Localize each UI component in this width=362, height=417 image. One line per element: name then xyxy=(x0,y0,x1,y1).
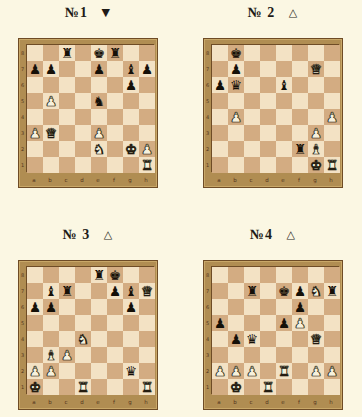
square-g7[interactable]: ♝ xyxy=(123,283,139,299)
square-g4[interactable] xyxy=(123,109,139,125)
square-d7[interactable] xyxy=(75,61,91,77)
white-pawn: ♟ xyxy=(27,125,43,141)
square-a3[interactable] xyxy=(27,347,43,363)
square-f3[interactable] xyxy=(292,347,308,363)
square-g4[interactable] xyxy=(123,331,139,347)
square-h4[interactable] xyxy=(139,109,155,125)
square-g1[interactable] xyxy=(308,379,324,395)
square-e4[interactable] xyxy=(276,331,292,347)
square-g4[interactable]: ♛ xyxy=(308,331,324,347)
square-b5[interactable] xyxy=(228,315,244,331)
black-pawn: ♟ xyxy=(228,61,244,77)
square-a8[interactable] xyxy=(27,267,43,283)
file-label-g: g xyxy=(122,175,138,185)
square-g5[interactable] xyxy=(308,315,324,331)
square-c5[interactable] xyxy=(244,315,260,331)
square-g2[interactable]: ♟ xyxy=(308,363,324,379)
black-pawn: ♟ xyxy=(276,315,292,331)
square-h3[interactable] xyxy=(139,125,155,141)
square-b7[interactable]: ♟ xyxy=(43,61,59,77)
square-b6[interactable]: ♛ xyxy=(228,77,244,93)
square-c8[interactable] xyxy=(244,267,260,283)
square-h3[interactable] xyxy=(139,347,155,363)
square-a2[interactable]: ♟ xyxy=(212,363,228,379)
square-c2[interactable] xyxy=(59,141,75,157)
square-b8[interactable] xyxy=(43,45,59,61)
square-f2[interactable] xyxy=(107,141,123,157)
square-h1[interactable] xyxy=(324,379,340,395)
square-c2[interactable]: ♟ xyxy=(244,363,260,379)
square-h3[interactable] xyxy=(324,347,340,363)
square-g6[interactable]: ♟ xyxy=(123,77,139,93)
square-c8[interactable] xyxy=(59,267,75,283)
square-f1[interactable] xyxy=(292,157,308,173)
square-g8[interactable] xyxy=(123,45,139,61)
square-d3[interactable] xyxy=(260,347,276,363)
square-a4[interactable] xyxy=(27,109,43,125)
black-bishop: ♝ xyxy=(123,283,139,299)
square-a8[interactable] xyxy=(212,45,228,61)
square-f1[interactable] xyxy=(292,379,308,395)
file-labels: abcdefgh xyxy=(211,397,339,407)
square-d6[interactable] xyxy=(260,77,276,93)
square-e1[interactable] xyxy=(91,157,107,173)
square-g6[interactable] xyxy=(308,299,324,315)
square-e7[interactable]: ♚ xyxy=(276,283,292,299)
square-f6[interactable] xyxy=(292,77,308,93)
square-e3[interactable]: ♟ xyxy=(91,125,107,141)
square-e6[interactable]: ♝ xyxy=(276,77,292,93)
square-c4[interactable] xyxy=(59,109,75,125)
square-f2[interactable] xyxy=(107,363,123,379)
square-c3[interactable]: ♟ xyxy=(59,347,75,363)
square-e4[interactable] xyxy=(91,109,107,125)
square-c7[interactable] xyxy=(59,61,75,77)
square-c8[interactable]: ♜ xyxy=(59,45,75,61)
square-a2[interactable] xyxy=(27,141,43,157)
square-f4[interactable] xyxy=(107,331,123,347)
square-h1[interactable]: ♜ xyxy=(324,157,340,173)
file-labels: abcdefgh xyxy=(26,175,154,185)
square-a7[interactable] xyxy=(27,283,43,299)
square-e1[interactable] xyxy=(276,157,292,173)
square-e7[interactable]: ♟ xyxy=(91,61,107,77)
square-a6[interactable]: ♟ xyxy=(212,77,228,93)
square-a7[interactable] xyxy=(212,61,228,77)
square-g2[interactable]: ♝ xyxy=(308,141,324,157)
square-d7[interactable] xyxy=(260,61,276,77)
square-d8[interactable] xyxy=(260,267,276,283)
rank-label-2: 2 xyxy=(19,363,26,379)
square-h7[interactable]: ♜ xyxy=(324,283,340,299)
square-c5[interactable] xyxy=(59,315,75,331)
square-b4[interactable]: ♟ xyxy=(228,109,244,125)
square-f7[interactable]: ♟ xyxy=(292,283,308,299)
square-d2[interactable] xyxy=(260,141,276,157)
square-c3[interactable] xyxy=(244,347,260,363)
square-f1[interactable] xyxy=(107,379,123,395)
square-b5[interactable] xyxy=(228,93,244,109)
square-a2[interactable] xyxy=(212,141,228,157)
square-e8[interactable]: ♚ xyxy=(91,45,107,61)
square-h5[interactable] xyxy=(324,93,340,109)
square-b7[interactable]: ♟ xyxy=(228,61,244,77)
square-c1[interactable] xyxy=(244,379,260,395)
white-pawn: ♟ xyxy=(212,363,228,379)
square-e5[interactable] xyxy=(276,93,292,109)
square-f3[interactable] xyxy=(292,125,308,141)
square-b5[interactable] xyxy=(43,315,59,331)
square-b6[interactable] xyxy=(228,299,244,315)
square-d4[interactable]: ♞ xyxy=(75,331,91,347)
square-f7[interactable] xyxy=(292,61,308,77)
square-c2[interactable] xyxy=(244,141,260,157)
square-d5[interactable] xyxy=(75,315,91,331)
square-e6[interactable] xyxy=(91,299,107,315)
square-a2[interactable]: ♟ xyxy=(27,363,43,379)
square-h8[interactable] xyxy=(139,267,155,283)
square-h2[interactable]: ♟ xyxy=(139,141,155,157)
square-g2[interactable]: ♛ xyxy=(123,363,139,379)
square-b1[interactable] xyxy=(228,157,244,173)
square-c3[interactable] xyxy=(59,125,75,141)
rank-label-3: 3 xyxy=(204,125,211,141)
square-c5[interactable] xyxy=(59,93,75,109)
square-a1[interactable] xyxy=(212,157,228,173)
square-d5[interactable] xyxy=(260,93,276,109)
diagram-4-label: №4 △ xyxy=(203,226,343,244)
square-b6[interactable]: ♟ xyxy=(43,299,59,315)
square-d7[interactable] xyxy=(75,283,91,299)
rank-label-5: 5 xyxy=(204,315,211,331)
square-e6[interactable] xyxy=(91,77,107,93)
square-f5[interactable] xyxy=(292,93,308,109)
square-h6[interactable] xyxy=(139,299,155,315)
square-d6[interactable] xyxy=(75,299,91,315)
square-e2[interactable] xyxy=(276,141,292,157)
square-f2[interactable]: ♜ xyxy=(292,141,308,157)
square-e7[interactable] xyxy=(276,61,292,77)
square-h4[interactable] xyxy=(139,331,155,347)
black-pawn: ♟ xyxy=(212,315,228,331)
square-f1[interactable] xyxy=(107,157,123,173)
square-f2[interactable] xyxy=(292,363,308,379)
square-c3[interactable] xyxy=(244,125,260,141)
square-g7[interactable]: ♛ xyxy=(308,61,324,77)
square-h1[interactable]: ♜ xyxy=(139,379,155,395)
square-f4[interactable] xyxy=(107,109,123,125)
square-g3[interactable] xyxy=(123,125,139,141)
square-a1[interactable] xyxy=(27,157,43,173)
square-b2[interactable] xyxy=(43,141,59,157)
square-f8[interactable]: ♚ xyxy=(107,267,123,283)
square-e8[interactable] xyxy=(276,267,292,283)
square-g5[interactable] xyxy=(123,315,139,331)
black-knight: ♞ xyxy=(91,93,107,109)
rank-labels: 87654321 xyxy=(204,267,211,395)
square-d8[interactable] xyxy=(260,45,276,61)
square-h7[interactable]: ♛ xyxy=(139,283,155,299)
white-bishop: ♝ xyxy=(43,347,59,363)
square-d4[interactable] xyxy=(260,109,276,125)
square-d3[interactable] xyxy=(75,125,91,141)
square-g6[interactable] xyxy=(308,77,324,93)
square-d4[interactable] xyxy=(75,109,91,125)
square-g5[interactable] xyxy=(308,93,324,109)
square-d1[interactable]: ♜ xyxy=(260,379,276,395)
square-b2[interactable] xyxy=(228,141,244,157)
black-to-move-icon: ▼ xyxy=(102,6,111,19)
square-h8[interactable] xyxy=(324,45,340,61)
rank-label-6: 6 xyxy=(204,77,211,93)
square-e3[interactable] xyxy=(276,125,292,141)
square-e8[interactable] xyxy=(276,45,292,61)
square-g8[interactable] xyxy=(123,267,139,283)
white-king: ♚ xyxy=(228,379,244,395)
square-f3[interactable] xyxy=(107,125,123,141)
white-rook: ♜ xyxy=(139,379,155,395)
square-e7[interactable] xyxy=(91,283,107,299)
square-h5[interactable] xyxy=(139,315,155,331)
square-d3[interactable] xyxy=(75,347,91,363)
black-queen: ♛ xyxy=(123,363,139,379)
square-f6[interactable] xyxy=(107,77,123,93)
square-g6[interactable]: ♟ xyxy=(123,299,139,315)
square-g1[interactable]: ♚ xyxy=(308,157,324,173)
square-a6[interactable]: ♟ xyxy=(27,299,43,315)
square-e2[interactable]: ♜ xyxy=(276,363,292,379)
square-c5[interactable] xyxy=(244,93,260,109)
square-b7[interactable]: ♝ xyxy=(43,283,59,299)
square-h5[interactable] xyxy=(324,315,340,331)
square-d1[interactable]: ♜ xyxy=(75,379,91,395)
square-a5[interactable] xyxy=(27,315,43,331)
square-f8[interactable] xyxy=(292,267,308,283)
square-f5[interactable] xyxy=(107,93,123,109)
square-f8[interactable] xyxy=(292,45,308,61)
square-f6[interactable]: ♟ xyxy=(292,299,308,315)
square-e1[interactable] xyxy=(91,379,107,395)
square-c1[interactable] xyxy=(59,379,75,395)
square-b4[interactable] xyxy=(43,109,59,125)
square-a3[interactable] xyxy=(212,125,228,141)
white-pawn: ♟ xyxy=(324,363,340,379)
square-a5[interactable]: ♟ xyxy=(212,315,228,331)
square-d1[interactable] xyxy=(75,157,91,173)
square-h2[interactable] xyxy=(139,363,155,379)
file-label-d: d xyxy=(259,397,275,407)
white-pawn: ♟ xyxy=(59,347,75,363)
square-e2[interactable]: ♞ xyxy=(91,141,107,157)
square-c4[interactable]: ♛ xyxy=(244,331,260,347)
square-f8[interactable]: ♜ xyxy=(107,45,123,61)
square-e5[interactable]: ♟ xyxy=(276,315,292,331)
square-b1[interactable] xyxy=(43,157,59,173)
square-d1[interactable] xyxy=(260,157,276,173)
file-label-a: a xyxy=(26,397,42,407)
square-g7[interactable]: ♞ xyxy=(308,283,324,299)
square-b3[interactable] xyxy=(228,347,244,363)
square-b1[interactable] xyxy=(43,379,59,395)
square-h6[interactable] xyxy=(139,77,155,93)
square-a3[interactable]: ♟ xyxy=(27,125,43,141)
square-a7[interactable]: ♟ xyxy=(27,61,43,77)
white-to-move-icon: △ xyxy=(287,228,296,241)
square-h3[interactable] xyxy=(324,125,340,141)
square-f5[interactable] xyxy=(107,315,123,331)
square-a8[interactable] xyxy=(27,45,43,61)
square-d4[interactable] xyxy=(260,331,276,347)
square-b3[interactable]: ♛ xyxy=(43,125,59,141)
square-e4[interactable] xyxy=(91,331,107,347)
square-c6[interactable] xyxy=(244,77,260,93)
square-g1[interactable] xyxy=(123,379,139,395)
white-pawn: ♟ xyxy=(91,125,107,141)
square-b8[interactable] xyxy=(43,267,59,283)
diagram-1-number: №1 xyxy=(65,5,88,20)
black-pawn: ♟ xyxy=(43,61,59,77)
square-a8[interactable] xyxy=(212,267,228,283)
square-a1[interactable]: ♚ xyxy=(27,379,43,395)
square-g3[interactable]: ♟ xyxy=(308,125,324,141)
square-c4[interactable] xyxy=(59,331,75,347)
square-e8[interactable]: ♜ xyxy=(91,267,107,283)
square-d3[interactable] xyxy=(260,125,276,141)
square-g3[interactable] xyxy=(123,347,139,363)
square-f6[interactable] xyxy=(107,299,123,315)
square-c6[interactable] xyxy=(59,77,75,93)
square-a1[interactable] xyxy=(212,379,228,395)
square-d6[interactable] xyxy=(75,77,91,93)
square-c7[interactable]: ♜ xyxy=(244,283,260,299)
black-pawn: ♟ xyxy=(139,61,155,77)
square-g8[interactable] xyxy=(308,45,324,61)
square-g2[interactable]: ♚ xyxy=(123,141,139,157)
square-c7[interactable]: ♜ xyxy=(59,283,75,299)
square-b6[interactable] xyxy=(43,77,59,93)
square-e3[interactable] xyxy=(276,347,292,363)
square-b3[interactable]: ♝ xyxy=(43,347,59,363)
white-pawn: ♟ xyxy=(244,363,260,379)
rank-label-6: 6 xyxy=(204,299,211,315)
square-h4[interactable]: ♟ xyxy=(324,109,340,125)
square-c2[interactable] xyxy=(59,363,75,379)
square-c1[interactable] xyxy=(244,157,260,173)
square-d2[interactable] xyxy=(75,141,91,157)
square-d2[interactable] xyxy=(260,363,276,379)
square-a3[interactable] xyxy=(212,347,228,363)
square-h4[interactable] xyxy=(324,331,340,347)
square-h8[interactable] xyxy=(139,45,155,61)
square-d8[interactable] xyxy=(75,45,91,61)
square-h5[interactable] xyxy=(139,93,155,109)
square-d6[interactable] xyxy=(260,299,276,315)
square-g3[interactable] xyxy=(308,347,324,363)
square-a6[interactable] xyxy=(27,77,43,93)
file-label-d: d xyxy=(259,175,275,185)
square-b1[interactable]: ♚ xyxy=(228,379,244,395)
square-b3[interactable] xyxy=(228,125,244,141)
black-pawn: ♟ xyxy=(123,77,139,93)
square-g4[interactable] xyxy=(308,109,324,125)
square-g8[interactable] xyxy=(308,267,324,283)
square-a5[interactable] xyxy=(212,93,228,109)
square-h2[interactable] xyxy=(324,141,340,157)
square-d7[interactable] xyxy=(260,283,276,299)
diagram-2-label: № 2 △ xyxy=(203,4,343,22)
square-c1[interactable] xyxy=(59,157,75,173)
diagram-4-number: №4 xyxy=(250,227,273,242)
square-e6[interactable] xyxy=(276,299,292,315)
square-d8[interactable] xyxy=(75,267,91,283)
square-f7[interactable] xyxy=(107,61,123,77)
file-label-g: g xyxy=(307,397,323,407)
black-queen: ♛ xyxy=(244,331,260,347)
square-b2[interactable]: ♟ xyxy=(228,363,244,379)
square-h1[interactable]: ♜ xyxy=(139,157,155,173)
square-h7[interactable] xyxy=(324,61,340,77)
square-e1[interactable] xyxy=(276,379,292,395)
square-e3[interactable] xyxy=(91,347,107,363)
square-a4[interactable] xyxy=(212,109,228,125)
puzzle-page: №1 ▼ 87654321 abcdefgh ♜♚♜♟♟♟♝♟♟♟♞♟♛♟♞♚♟… xyxy=(0,0,362,417)
square-e4[interactable] xyxy=(276,109,292,125)
square-d5[interactable] xyxy=(75,93,91,109)
square-c8[interactable] xyxy=(244,45,260,61)
square-b4[interactable]: ♟ xyxy=(228,331,244,347)
rank-label-2: 2 xyxy=(19,141,26,157)
black-rook: ♜ xyxy=(107,45,123,61)
diagram-3-number: № 3 xyxy=(63,227,91,242)
square-f4[interactable] xyxy=(292,331,308,347)
square-f3[interactable] xyxy=(107,347,123,363)
square-e5[interactable]: ♞ xyxy=(91,93,107,109)
square-a4[interactable] xyxy=(27,331,43,347)
square-e5[interactable] xyxy=(91,315,107,331)
square-h6[interactable] xyxy=(324,299,340,315)
square-b7[interactable] xyxy=(228,283,244,299)
square-b8[interactable] xyxy=(228,267,244,283)
square-h7[interactable]: ♟ xyxy=(139,61,155,77)
square-h6[interactable] xyxy=(324,77,340,93)
square-d2[interactable] xyxy=(75,363,91,379)
square-b8[interactable]: ♚ xyxy=(228,45,244,61)
square-c6[interactable] xyxy=(59,299,75,315)
rank-label-7: 7 xyxy=(204,61,211,77)
square-h8[interactable] xyxy=(324,267,340,283)
square-g1[interactable] xyxy=(123,157,139,173)
square-a6[interactable] xyxy=(212,299,228,315)
square-c6[interactable] xyxy=(244,299,260,315)
square-e2[interactable] xyxy=(91,363,107,379)
square-g7[interactable]: ♝ xyxy=(123,61,139,77)
square-g5[interactable] xyxy=(123,93,139,109)
square-c7[interactable] xyxy=(244,61,260,77)
square-c4[interactable] xyxy=(244,109,260,125)
square-a5[interactable] xyxy=(27,93,43,109)
square-h2[interactable]: ♟ xyxy=(324,363,340,379)
square-b2[interactable]: ♟ xyxy=(43,363,59,379)
square-f7[interactable]: ♟ xyxy=(107,283,123,299)
square-b4[interactable] xyxy=(43,331,59,347)
square-a7[interactable] xyxy=(212,283,228,299)
file-label-a: a xyxy=(26,175,42,185)
square-f4[interactable] xyxy=(292,109,308,125)
square-f5[interactable]: ♟ xyxy=(292,315,308,331)
square-a4[interactable] xyxy=(212,331,228,347)
square-b5[interactable]: ♟ xyxy=(43,93,59,109)
square-d5[interactable] xyxy=(260,315,276,331)
